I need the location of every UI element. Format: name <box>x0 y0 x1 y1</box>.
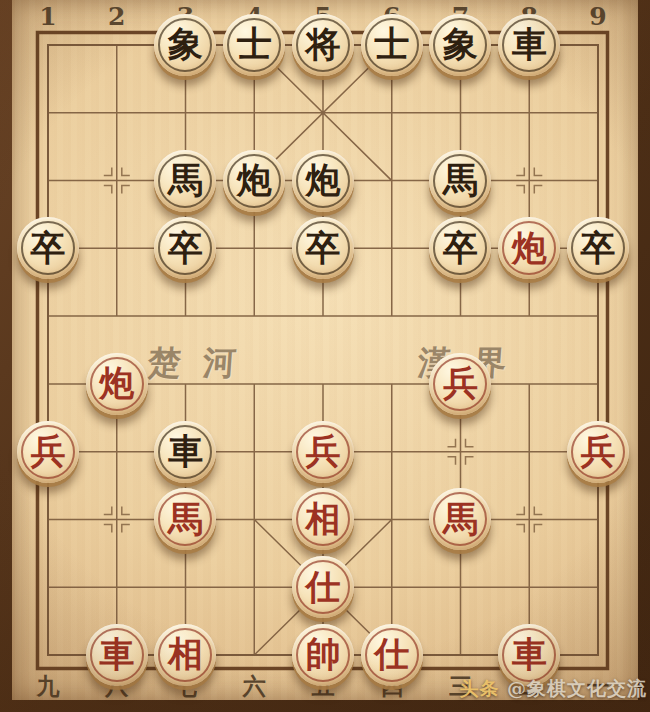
piece-red-R-r9c1[interactable]: 車 <box>86 624 148 686</box>
piece-red-B-r7c4[interactable]: 相 <box>292 488 354 550</box>
piece-red-A-r9c5[interactable]: 仕 <box>361 624 423 686</box>
piece-character: 馬 <box>168 162 203 197</box>
piece-black-N-r2c6[interactable]: 馬 <box>429 150 491 212</box>
piece-black-K-r0c4[interactable]: 将 <box>292 14 354 76</box>
piece-black-B-r0c2[interactable]: 象 <box>154 14 216 76</box>
piece-red-P-r5c6[interactable]: 兵 <box>429 353 491 415</box>
piece-character: 兵 <box>443 365 478 400</box>
piece-character: 仕 <box>374 636 409 671</box>
piece-black-C-r2c4[interactable]: 炮 <box>292 150 354 212</box>
piece-red-C-r3c7[interactable]: 炮 <box>498 217 560 279</box>
piece-black-B-r0c6[interactable]: 象 <box>429 14 491 76</box>
piece-character: 卒 <box>305 230 340 265</box>
piece-character: 車 <box>168 433 203 468</box>
piece-red-P-r6c0[interactable]: 兵 <box>17 421 79 483</box>
piece-black-P-r3c4[interactable]: 卒 <box>292 217 354 279</box>
piece-red-C-r5c1[interactable]: 炮 <box>86 353 148 415</box>
piece-black-A-r0c5[interactable]: 士 <box>361 14 423 76</box>
piece-black-P-r3c0[interactable]: 卒 <box>17 217 79 279</box>
piece-character: 象 <box>168 26 203 61</box>
piece-character: 卒 <box>443 230 478 265</box>
piece-black-N-r2c2[interactable]: 馬 <box>154 150 216 212</box>
piece-character: 炮 <box>99 365 134 400</box>
piece-red-N-r7c2[interactable]: 馬 <box>154 488 216 550</box>
piece-red-B-r9c2[interactable]: 相 <box>154 624 216 686</box>
piece-red-P-r6c4[interactable]: 兵 <box>292 421 354 483</box>
piece-character: 士 <box>374 26 409 61</box>
piece-black-R-r6c2[interactable]: 車 <box>154 421 216 483</box>
piece-character: 相 <box>305 501 340 536</box>
piece-character: 兵 <box>305 433 340 468</box>
piece-red-K-r9c4[interactable]: 帥 <box>292 624 354 686</box>
piece-red-A-r8c4[interactable]: 仕 <box>292 556 354 618</box>
piece-character: 仕 <box>305 569 340 604</box>
piece-character: 馬 <box>168 501 203 536</box>
piece-character: 将 <box>305 26 340 61</box>
watermark-site: 头条 <box>459 677 507 699</box>
piece-character: 兵 <box>580 433 615 468</box>
piece-character: 帥 <box>305 636 340 671</box>
piece-character: 馬 <box>443 162 478 197</box>
piece-character: 馬 <box>443 501 478 536</box>
xiangqi-game-screenshot: 楚河 漢界 123456789九八七六五四三二一 象士将士象車馬炮炮馬卒卒卒卒炮… <box>0 0 650 712</box>
piece-character: 相 <box>168 636 203 671</box>
piece-red-N-r7c6[interactable]: 馬 <box>429 488 491 550</box>
piece-character: 炮 <box>237 162 272 197</box>
watermark-handle: @象棋文化交流 <box>507 677 647 699</box>
piece-black-P-r3c2[interactable]: 卒 <box>154 217 216 279</box>
piece-character: 卒 <box>30 230 65 265</box>
piece-character: 車 <box>512 636 547 671</box>
piece-black-C-r2c3[interactable]: 炮 <box>223 150 285 212</box>
piece-character: 卒 <box>168 230 203 265</box>
piece-character: 士 <box>237 26 272 61</box>
piece-character: 兵 <box>30 433 65 468</box>
piece-black-P-r3c8[interactable]: 卒 <box>567 217 629 279</box>
board-intersections-grid[interactable]: 象士将士象車馬炮炮馬卒卒卒卒炮卒炮兵兵車兵兵馬相馬仕車相帥仕車 <box>14 11 633 689</box>
piece-character: 卒 <box>580 230 615 265</box>
piece-character: 車 <box>512 26 547 61</box>
piece-black-R-r0c7[interactable]: 車 <box>498 14 560 76</box>
watermark: 头条 @象棋文化交流 <box>459 676 647 702</box>
piece-character: 車 <box>99 636 134 671</box>
piece-character: 象 <box>443 26 478 61</box>
piece-black-A-r0c3[interactable]: 士 <box>223 14 285 76</box>
piece-red-P-r6c8[interactable]: 兵 <box>567 421 629 483</box>
piece-black-P-r3c6[interactable]: 卒 <box>429 217 491 279</box>
piece-character: 炮 <box>512 230 547 265</box>
piece-character: 炮 <box>305 162 340 197</box>
